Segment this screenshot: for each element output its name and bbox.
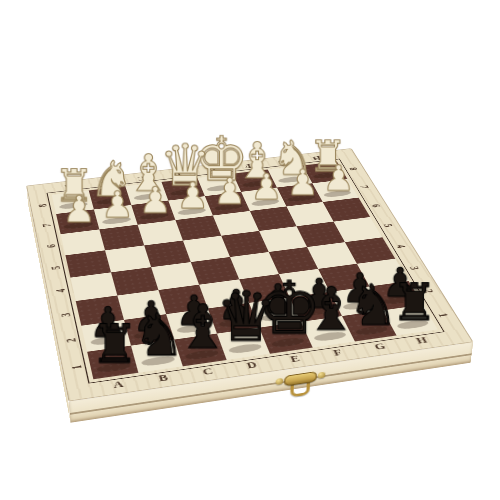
white-pawn-glyph: ♟ [101,186,134,223]
white-pawn-glyph: ♟ [139,182,172,218]
board-top: ABCDEFGH ABCDEFGH 87654321 87654321 ♜♞♝♛… [26,148,473,401]
white-pawn-glyph: ♟ [250,169,282,205]
brass-clasp-icon [284,371,317,398]
white-pawn-glyph: ♟ [176,178,208,214]
black-rook-glyph: ♜ [91,317,139,370]
board-3d-wrapper: ABCDEFGH ABCDEFGH 87654321 87654321 ♜♞♝♛… [26,148,473,401]
black-knight-glyph: ♞ [133,306,185,364]
white-pawn-glyph: ♟ [287,165,319,201]
photo-scene: ABCDEFGH ABCDEFGH 87654321 87654321 ♜♞♝♛… [0,0,500,500]
white-pawn-glyph: ♟ [63,191,96,228]
white-pawn-glyph: ♟ [214,173,246,209]
